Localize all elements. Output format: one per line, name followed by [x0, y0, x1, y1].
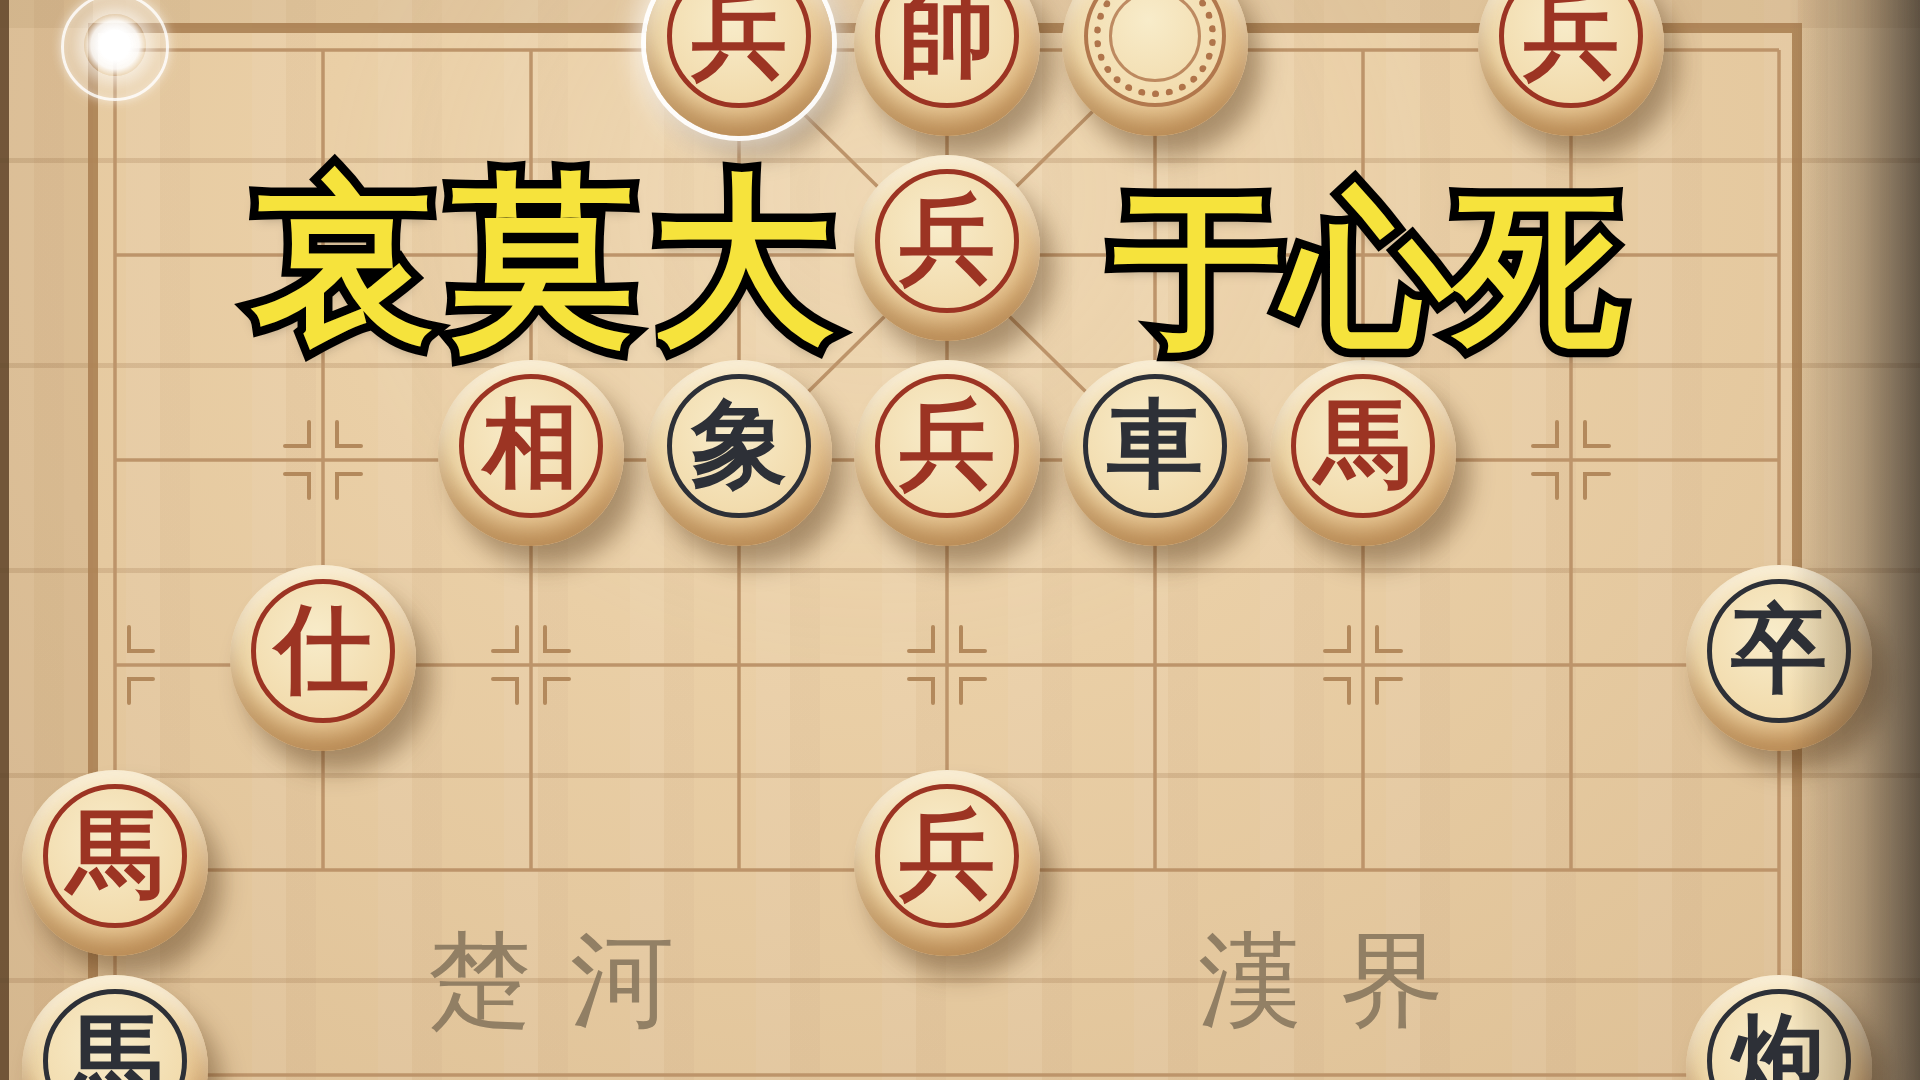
piece-red-soldier-4[interactable]: 兵 [854, 360, 1040, 546]
piece-character: 炮 [1731, 1011, 1827, 1080]
piece-character: 兵 [899, 191, 995, 287]
piece-character: 卒 [1731, 601, 1827, 697]
piece-red-horse-1[interactable]: 馬 [1270, 360, 1456, 546]
piece-face: 兵 [875, 169, 1019, 313]
piece-face: 卒 [1707, 579, 1851, 723]
piece-face: 帥 [875, 0, 1019, 108]
piece-character: 象 [691, 396, 787, 492]
piece-character: 馬 [67, 1011, 163, 1080]
piece-character: 帥 [899, 0, 995, 82]
caption-overlay-right: 于心死 于心死 [1114, 186, 1624, 354]
piece-face: 兵 [1499, 0, 1643, 108]
caption-overlay-left: 哀莫大 哀莫大 [252, 170, 852, 352]
caption-right-text: 于心死 [1114, 186, 1624, 354]
river-label-chu-he: 楚河 [428, 928, 712, 1032]
piece-character: 仕 [275, 601, 371, 697]
piece-face: 兵 [875, 374, 1019, 518]
piece-character: 兵 [1523, 0, 1619, 82]
piece-character: 兵 [899, 806, 995, 902]
caption-left-text: 哀莫大 [252, 170, 852, 352]
piece-red-elephant[interactable]: 相 [438, 360, 624, 546]
piece-black-elephant[interactable]: 象 [646, 360, 832, 546]
river-label-han-jie: 漢界 [1198, 928, 1482, 1032]
piece-black-soldier[interactable]: 卒 [1686, 565, 1872, 751]
piece-character: 車 [1107, 396, 1203, 492]
piece-face: 兵 [667, 0, 811, 108]
piece-red-advisor[interactable]: 仕 [230, 565, 416, 751]
piece-character: 兵 [691, 0, 787, 82]
piece-red-soldier-3[interactable]: 兵 [854, 155, 1040, 341]
piece-character: 馬 [1315, 396, 1411, 492]
piece-red-horse-2[interactable]: 馬 [22, 770, 208, 956]
piece-face: 象 [667, 374, 811, 518]
piece-black-chariot[interactable]: 車 [1062, 360, 1248, 546]
piece-character: 兵 [899, 396, 995, 492]
piece-face: 兵 [875, 784, 1019, 928]
piece-back-pattern [1084, 0, 1226, 107]
piece-face: 馬 [43, 989, 187, 1080]
piece-red-soldier-5[interactable]: 兵 [854, 770, 1040, 956]
piece-face: 相 [459, 374, 603, 518]
piece-character: 馬 [67, 806, 163, 902]
piece-face: 車 [1083, 374, 1227, 518]
piece-face: 馬 [43, 784, 187, 928]
piece-face: 炮 [1707, 989, 1851, 1080]
piece-character: 相 [483, 396, 579, 492]
piece-face: 仕 [251, 579, 395, 723]
piece-face: 馬 [1291, 374, 1435, 518]
